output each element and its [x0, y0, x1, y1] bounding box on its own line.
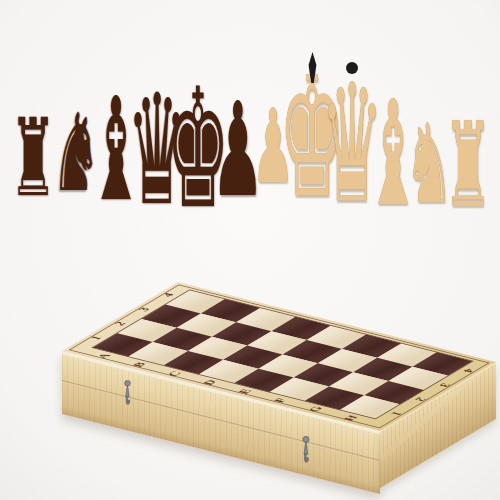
file-label: C — [166, 370, 184, 377]
file-label: G — [306, 406, 325, 413]
rank-label-left: 3 — [136, 307, 152, 313]
file-label: E — [236, 388, 253, 395]
file-label: B — [130, 361, 147, 368]
piece-light-rook: ♜ — [443, 108, 492, 224]
piece-dark-rook: ♜ — [10, 104, 57, 212]
clasp-hook-left — [121, 380, 134, 407]
rank-label-left: 2 — [112, 321, 128, 327]
rank-label-right: 3 — [437, 382, 453, 388]
file-label: A — [95, 352, 113, 359]
rank-label-right: 2 — [413, 396, 429, 402]
file-label: F — [272, 397, 289, 403]
file-label: H — [342, 414, 361, 421]
file-label: D — [201, 379, 219, 386]
light-queen-finial — [346, 62, 358, 74]
rank-label-right: 4 — [461, 368, 477, 374]
chess-set-photo: ♜ ♞ ♝ ♛ ♚ ♟ ♟ ♚ ♛ ♝ ♞ ♜ A B C D E F G H … — [0, 0, 500, 500]
rank-label-left: 4 — [160, 292, 176, 298]
rank-label-left: 1 — [88, 335, 104, 341]
clasp-hook-right — [299, 436, 313, 465]
rank-label-right: 1 — [389, 411, 405, 417]
